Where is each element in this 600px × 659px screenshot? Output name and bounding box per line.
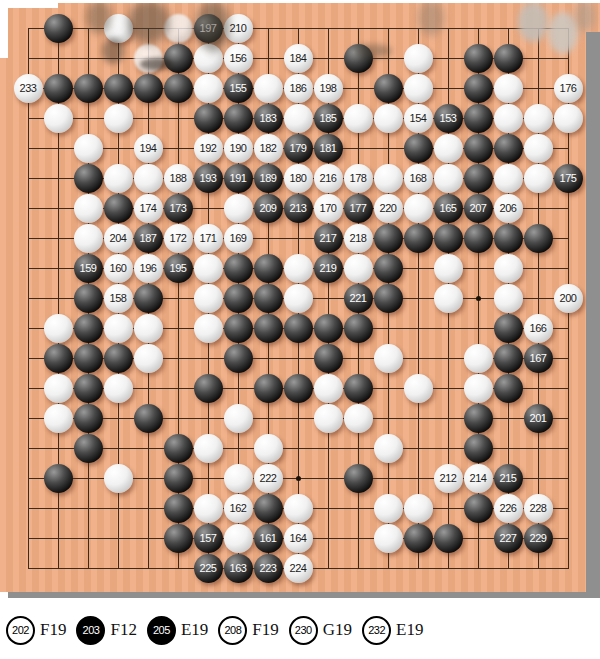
stone-black-J2[interactable]: 161 (254, 524, 283, 553)
stone-white-D4[interactable] (104, 464, 133, 493)
stone-white-F19[interactable] (164, 14, 193, 43)
stone-black-G16[interactable] (194, 104, 223, 133)
stone-white-D11[interactable]: 160 (104, 254, 133, 283)
stone-black-H16[interactable] (224, 104, 253, 133)
star-point (476, 296, 481, 301)
move-number-label: 223 (260, 563, 277, 574)
stone-white-L17[interactable]: 198 (314, 74, 343, 103)
stone-black-F4[interactable] (164, 464, 193, 493)
move-number-label: 169 (230, 233, 247, 244)
stone-white-H2[interactable] (224, 524, 253, 553)
stone-white-L14[interactable]: 216 (314, 164, 343, 193)
stone-black-H1[interactable]: 163 (224, 554, 253, 583)
stone-white-O7[interactable] (404, 374, 433, 403)
move-number-label: 200 (560, 293, 577, 304)
stone-white-Q8[interactable] (464, 344, 493, 373)
stone-white-H12[interactable]: 169 (224, 224, 253, 253)
stone-black-E6[interactable] (134, 404, 163, 433)
move-number-label: 206 (500, 203, 517, 214)
stone-black-M7[interactable] (344, 374, 373, 403)
move-number-label: 161 (260, 533, 277, 544)
stone-black-E12[interactable]: 187 (134, 224, 163, 253)
caption-stone-black-203: 203 (76, 616, 105, 645)
move-number-label: 164 (290, 533, 307, 544)
stone-white-R17[interactable] (494, 74, 523, 103)
stone-white-P14[interactable] (434, 164, 463, 193)
stone-white-R11[interactable] (494, 254, 523, 283)
stone-white-G3[interactable] (194, 494, 223, 523)
move-number-label: 229 (530, 533, 547, 544)
stone-black-B4[interactable] (44, 464, 73, 493)
stone-black-G19[interactable]: 197 (194, 14, 223, 43)
stone-black-K13[interactable]: 213 (284, 194, 313, 223)
stone-black-F3[interactable] (164, 494, 193, 523)
caption-stone-white-230: 230 (289, 616, 318, 645)
stone-black-L12[interactable]: 217 (314, 224, 343, 253)
stone-white-D12[interactable]: 204 (104, 224, 133, 253)
stone-white-G11[interactable] (194, 254, 223, 283)
stone-black-C10[interactable] (74, 284, 103, 313)
move-number-label: 165 (440, 203, 457, 214)
stone-white-M14[interactable]: 178 (344, 164, 373, 193)
stone-white-H6[interactable] (224, 404, 253, 433)
stone-black-N17[interactable] (374, 74, 403, 103)
caption-stone-white-208: 208 (218, 616, 247, 645)
board-edge-shadow-right (586, 32, 600, 597)
move-number-label: 153 (440, 113, 457, 124)
move-number-label: 185 (320, 113, 337, 124)
stone-black-F5[interactable] (164, 434, 193, 463)
stone-black-C5[interactable] (74, 434, 103, 463)
stone-black-F13[interactable]: 173 (164, 194, 193, 223)
move-number-label: 160 (110, 263, 127, 274)
stone-white-J17[interactable] (254, 74, 283, 103)
stone-white-P4[interactable]: 212 (434, 464, 463, 493)
caption-move: 232E19 (362, 616, 423, 645)
stone-black-J16[interactable]: 183 (254, 104, 283, 133)
move-number-label: 181 (320, 143, 337, 154)
stone-white-M12[interactable]: 218 (344, 224, 373, 253)
stone-black-R9[interactable] (494, 314, 523, 343)
stone-white-P10[interactable] (434, 284, 463, 313)
stone-black-J1[interactable]: 223 (254, 554, 283, 583)
stone-black-C6[interactable] (74, 404, 103, 433)
stone-black-C14[interactable] (74, 164, 103, 193)
caption-move-list: 202F19203F12205E19208F19230G19232E19 (6, 612, 433, 648)
stone-white-E11[interactable]: 196 (134, 254, 163, 283)
stone-black-J11[interactable] (254, 254, 283, 283)
move-number-label: 219 (320, 263, 337, 274)
move-number-label: 209 (260, 203, 277, 214)
stone-white-E13[interactable]: 174 (134, 194, 163, 223)
stone-black-H14[interactable]: 191 (224, 164, 253, 193)
stone-black-J7[interactable] (254, 374, 283, 403)
stone-white-H15[interactable]: 190 (224, 134, 253, 163)
move-number-label: 162 (230, 503, 247, 514)
stone-black-Q6[interactable] (464, 404, 493, 433)
stone-white-L6[interactable] (314, 404, 343, 433)
stone-white-H4[interactable] (224, 464, 253, 493)
stone-white-G5[interactable] (194, 434, 223, 463)
move-number-label: 166 (530, 323, 547, 334)
stone-white-K2[interactable]: 164 (284, 524, 313, 553)
caption-move: 230G19 (289, 616, 352, 645)
stone-white-C12[interactable] (74, 224, 103, 253)
stone-black-J3[interactable] (254, 494, 283, 523)
move-number-label: 186 (290, 83, 307, 94)
stone-white-G15[interactable]: 192 (194, 134, 223, 163)
move-number-label: 180 (290, 173, 307, 184)
caption-coordinate: F19 (40, 620, 66, 640)
stone-white-H13[interactable] (224, 194, 253, 223)
stone-white-J15[interactable]: 182 (254, 134, 283, 163)
move-number-label: 217 (320, 233, 337, 244)
stone-white-H19[interactable]: 210 (224, 14, 253, 43)
move-number-label: 227 (500, 533, 517, 544)
stone-white-M16[interactable] (344, 104, 373, 133)
move-number-label: 174 (140, 203, 157, 214)
stone-white-R13[interactable]: 206 (494, 194, 523, 223)
stone-white-K3[interactable] (284, 494, 313, 523)
stone-black-M13[interactable]: 177 (344, 194, 373, 223)
move-number-label: 154 (410, 113, 427, 124)
stone-black-Q18[interactable] (464, 44, 493, 73)
stone-white-T10[interactable]: 200 (554, 284, 583, 313)
move-number-label: 225 (200, 563, 217, 574)
move-number-label: 233 (20, 83, 37, 94)
stone-white-R3[interactable]: 226 (494, 494, 523, 523)
stone-black-C9[interactable] (74, 314, 103, 343)
move-number-label: 193 (200, 173, 217, 184)
move-number-label: 222 (260, 473, 277, 484)
stone-white-G9[interactable] (194, 314, 223, 343)
stone-black-Q5[interactable] (464, 434, 493, 463)
stone-black-O15[interactable] (404, 134, 433, 163)
go-board[interactable]: 1972101561842331551861981761831851541531… (0, 0, 600, 592)
move-number-label: 167 (530, 353, 547, 364)
stone-white-F14[interactable]: 188 (164, 164, 193, 193)
stone-white-P11[interactable] (434, 254, 463, 283)
stone-white-O17[interactable] (404, 74, 433, 103)
stone-black-J10[interactable] (254, 284, 283, 313)
stone-black-K7[interactable] (284, 374, 313, 403)
stone-black-K15[interactable]: 179 (284, 134, 313, 163)
move-number-label: 184 (290, 53, 307, 64)
stone-black-B8[interactable] (44, 344, 73, 373)
move-number-label: 221 (350, 293, 367, 304)
stone-black-F17[interactable] (164, 74, 193, 103)
move-number-label: 157 (200, 533, 217, 544)
stone-black-L16[interactable]: 185 (314, 104, 343, 133)
stone-black-D17[interactable] (104, 74, 133, 103)
stone-white-R16[interactable] (494, 104, 523, 133)
stone-black-S6[interactable]: 201 (524, 404, 553, 433)
stone-black-P2[interactable] (434, 524, 463, 553)
stone-black-C7[interactable] (74, 374, 103, 403)
stone-black-M18[interactable] (344, 44, 373, 73)
move-number-label: 210 (230, 23, 247, 34)
stone-white-K17[interactable]: 186 (284, 74, 313, 103)
stone-black-O2[interactable] (404, 524, 433, 553)
stone-white-N5[interactable] (374, 434, 403, 463)
move-number-label: 212 (440, 473, 457, 484)
stone-white-K11[interactable] (284, 254, 313, 283)
stone-white-C13[interactable] (74, 194, 103, 223)
stone-black-L8[interactable] (314, 344, 343, 373)
stone-white-O16[interactable]: 154 (404, 104, 433, 133)
stone-black-P12[interactable] (434, 224, 463, 253)
stone-black-J9[interactable] (254, 314, 283, 343)
caption-coordinate: E19 (181, 620, 208, 640)
stone-black-M10[interactable]: 221 (344, 284, 373, 313)
stone-black-G2[interactable]: 157 (194, 524, 223, 553)
caption-move: 205E19 (147, 616, 208, 645)
go-game-screenshot: 1972101561842331551861981761831851541531… (0, 0, 600, 659)
stone-black-Q3[interactable] (464, 494, 493, 523)
stone-black-H10[interactable] (224, 284, 253, 313)
stone-white-K10[interactable] (284, 284, 313, 313)
top-white-strip (0, 0, 600, 3)
stone-black-B17[interactable] (44, 74, 73, 103)
stone-black-E17[interactable] (134, 74, 163, 103)
stone-white-P15[interactable] (434, 134, 463, 163)
move-number-label: 170 (320, 203, 337, 214)
stone-black-S2[interactable]: 229 (524, 524, 553, 553)
caption-coordinate: G19 (323, 620, 352, 640)
stone-white-L7[interactable] (314, 374, 343, 403)
stone-white-B16[interactable] (44, 104, 73, 133)
move-number-label: 156 (230, 53, 247, 64)
move-number-label: 204 (110, 233, 127, 244)
stone-white-K18[interactable]: 184 (284, 44, 313, 73)
stone-black-P16[interactable]: 153 (434, 104, 463, 133)
move-number-label: 158 (110, 293, 127, 304)
stone-white-M11[interactable] (344, 254, 373, 283)
move-number-label: 178 (350, 173, 367, 184)
move-number-label: 189 (260, 173, 277, 184)
move-number-label: 187 (140, 233, 157, 244)
stone-black-N10[interactable] (374, 284, 403, 313)
move-number-label: 176 (560, 83, 577, 94)
stone-white-S15[interactable] (524, 134, 553, 163)
stone-black-F11[interactable]: 195 (164, 254, 193, 283)
stone-black-S8[interactable]: 167 (524, 344, 553, 373)
stone-white-E14[interactable] (134, 164, 163, 193)
move-number-label: 172 (170, 233, 187, 244)
move-number-label: 216 (320, 173, 337, 184)
stone-white-K14[interactable]: 180 (284, 164, 313, 193)
move-number-label: 168 (410, 173, 427, 184)
stone-black-F18[interactable] (164, 44, 193, 73)
stone-black-C8[interactable] (74, 344, 103, 373)
stone-white-T16[interactable] (554, 104, 583, 133)
stone-white-N16[interactable] (374, 104, 403, 133)
stone-white-N8[interactable] (374, 344, 403, 373)
stone-black-Q14[interactable] (464, 164, 493, 193)
move-number-label: 195 (170, 263, 187, 274)
stone-black-L15[interactable]: 181 (314, 134, 343, 163)
stone-black-Q15[interactable] (464, 134, 493, 163)
stone-white-O13[interactable] (404, 194, 433, 223)
stone-black-R2[interactable]: 227 (494, 524, 523, 553)
move-number-label: 218 (350, 233, 367, 244)
stone-white-N3[interactable] (374, 494, 403, 523)
stone-white-N2[interactable] (374, 524, 403, 553)
move-number-label: 213 (290, 203, 307, 214)
stone-white-E9[interactable] (134, 314, 163, 343)
stone-white-H18[interactable]: 156 (224, 44, 253, 73)
stone-white-Q4[interactable]: 214 (464, 464, 493, 493)
stone-black-J13[interactable]: 209 (254, 194, 283, 223)
stone-white-C15[interactable] (74, 134, 103, 163)
stone-black-B19[interactable] (44, 14, 73, 43)
stone-black-H11[interactable] (224, 254, 253, 283)
stone-white-R10[interactable] (494, 284, 523, 313)
stone-white-G12[interactable]: 171 (194, 224, 223, 253)
caption-coordinate: F19 (252, 620, 278, 640)
move-number-label: 197 (200, 23, 217, 34)
move-number-label: 196 (140, 263, 157, 274)
stone-white-N13[interactable]: 220 (374, 194, 403, 223)
stone-white-B9[interactable] (44, 314, 73, 343)
caption-stone-white-202: 202 (6, 616, 35, 645)
stone-white-K1[interactable]: 224 (284, 554, 313, 583)
move-number-label: 220 (380, 203, 397, 214)
stone-white-H3[interactable]: 162 (224, 494, 253, 523)
stone-black-G7[interactable] (194, 374, 223, 403)
stone-white-S16[interactable] (524, 104, 553, 133)
stone-black-R18[interactable] (494, 44, 523, 73)
stone-black-N12[interactable] (374, 224, 403, 253)
move-number-label: 191 (230, 173, 247, 184)
stone-white-A17[interactable]: 233 (14, 74, 43, 103)
stone-black-E10[interactable] (134, 284, 163, 313)
caption-coordinate: E19 (396, 620, 423, 640)
stone-white-G18[interactable] (194, 44, 223, 73)
stone-white-D16[interactable] (104, 104, 133, 133)
stone-black-R8[interactable] (494, 344, 523, 373)
stone-white-R14[interactable] (494, 164, 523, 193)
stone-white-K16[interactable] (284, 104, 313, 133)
stone-white-S3[interactable]: 228 (524, 494, 553, 523)
stone-white-Q7[interactable] (464, 374, 493, 403)
stone-black-C17[interactable] (74, 74, 103, 103)
stone-white-O18[interactable] (404, 44, 433, 73)
caption-move: 203F12 (76, 616, 136, 645)
stone-black-H9[interactable] (224, 314, 253, 343)
stone-black-R4[interactable]: 215 (494, 464, 523, 493)
move-number-label: 207 (470, 203, 487, 214)
stone-white-D14[interactable] (104, 164, 133, 193)
move-number-label: 182 (260, 143, 277, 154)
stone-white-E18[interactable] (134, 44, 163, 73)
stone-black-H17[interactable]: 155 (224, 74, 253, 103)
stone-white-N14[interactable] (374, 164, 403, 193)
stone-black-C11[interactable]: 159 (74, 254, 103, 283)
stone-white-J5[interactable] (254, 434, 283, 463)
stone-white-T17[interactable]: 176 (554, 74, 583, 103)
stone-black-R15[interactable] (494, 134, 523, 163)
move-number-label: 215 (500, 473, 517, 484)
stone-black-R7[interactable] (494, 374, 523, 403)
caption-move: 202F19 (6, 616, 66, 645)
stone-black-F2[interactable] (164, 524, 193, 553)
corner-notch-top (0, 0, 58, 8)
move-number-label: 183 (260, 113, 277, 124)
stone-black-G1[interactable]: 225 (194, 554, 223, 583)
stone-white-M6[interactable] (344, 404, 373, 433)
stone-white-G10[interactable] (194, 284, 223, 313)
caption-move: 208F19 (218, 616, 278, 645)
caption-coordinate: F12 (110, 620, 136, 640)
move-number-label: 173 (170, 203, 187, 214)
move-number-label: 177 (350, 203, 367, 214)
move-number-label: 163 (230, 563, 247, 574)
stone-black-L9[interactable] (314, 314, 343, 343)
stone-black-O12[interactable] (404, 224, 433, 253)
stone-white-S14[interactable] (524, 164, 553, 193)
caption-stone-white-232: 232 (362, 616, 391, 645)
stone-white-L13[interactable]: 170 (314, 194, 343, 223)
stone-black-Q13[interactable]: 207 (464, 194, 493, 223)
stone-white-O14[interactable]: 168 (404, 164, 433, 193)
corner-notch-left (0, 0, 8, 58)
stone-black-H8[interactable] (224, 344, 253, 373)
move-number-label: 198 (320, 83, 337, 94)
move-number-label: 226 (500, 503, 517, 514)
stone-black-P13[interactable]: 165 (434, 194, 463, 223)
move-number-label: 192 (200, 143, 217, 154)
move-number-label: 159 (80, 263, 97, 274)
move-number-label: 214 (470, 473, 487, 484)
stone-white-G17[interactable] (194, 74, 223, 103)
stone-white-J4[interactable]: 222 (254, 464, 283, 493)
move-number-label: 224 (290, 563, 307, 574)
stone-white-E15[interactable]: 194 (134, 134, 163, 163)
stone-white-B6[interactable] (44, 404, 73, 433)
stone-white-D10[interactable]: 158 (104, 284, 133, 313)
stone-black-G14[interactable]: 193 (194, 164, 223, 193)
stone-white-F12[interactable]: 172 (164, 224, 193, 253)
stone-black-M4[interactable] (344, 464, 373, 493)
stone-black-L11[interactable]: 219 (314, 254, 343, 283)
stone-black-Q17[interactable] (464, 74, 493, 103)
stone-black-K9[interactable] (284, 314, 313, 343)
stone-black-S12[interactable] (524, 224, 553, 253)
move-number-label: 194 (140, 143, 157, 154)
stone-white-D9[interactable] (104, 314, 133, 343)
stone-black-R12[interactable] (494, 224, 523, 253)
stone-black-M9[interactable] (344, 314, 373, 343)
stone-black-D13[interactable] (104, 194, 133, 223)
stone-white-D7[interactable] (104, 374, 133, 403)
stone-white-S9[interactable]: 166 (524, 314, 553, 343)
stone-white-B7[interactable] (44, 374, 73, 403)
stone-white-D19[interactable] (104, 14, 133, 43)
stone-black-Q12[interactable] (464, 224, 493, 253)
board-edge-shadow-bottom (8, 592, 600, 598)
stone-black-D8[interactable] (104, 344, 133, 373)
stone-black-N11[interactable] (374, 254, 403, 283)
move-number-label: 188 (170, 173, 187, 184)
star-point (296, 476, 301, 481)
stone-black-T14[interactable]: 175 (554, 164, 583, 193)
stone-black-J14[interactable]: 189 (254, 164, 283, 193)
stone-white-O3[interactable] (404, 494, 433, 523)
move-number-label: 175 (560, 173, 577, 184)
stone-black-Q16[interactable] (464, 104, 493, 133)
stone-white-E8[interactable] (134, 344, 163, 373)
